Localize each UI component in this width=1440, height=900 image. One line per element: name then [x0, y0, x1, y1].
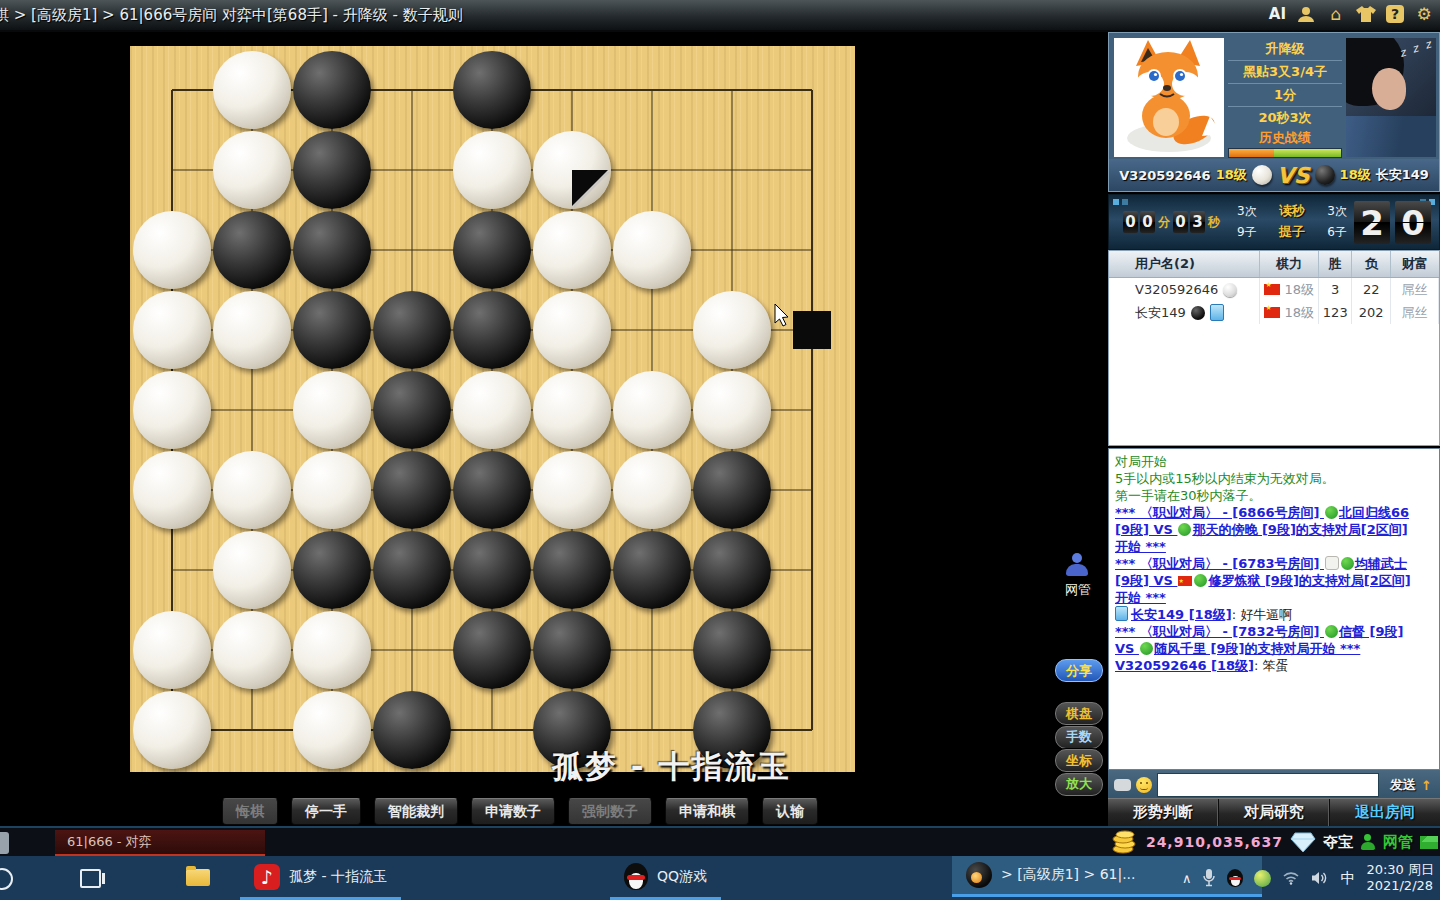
history-winrate-bar — [1228, 148, 1342, 158]
help-icon[interactable]: ? — [1386, 5, 1404, 23]
header-wealth: 财富 — [1391, 251, 1439, 277]
mouse-cursor — [774, 303, 790, 327]
chat-bubble-icon[interactable] — [1114, 779, 1131, 791]
net-admin-icon[interactable] — [1065, 553, 1089, 577]
chat-text: : 好牛逼啊 — [1232, 607, 1293, 622]
countdown-digit: 2 — [1354, 201, 1390, 244]
task-view-icon[interactable] — [80, 869, 101, 888]
game-research-button[interactable]: 对局研究 — [1219, 799, 1330, 826]
board-toggle-button[interactable]: 棋盘 — [1055, 702, 1103, 725]
white-stone — [693, 291, 771, 369]
chat-link[interactable]: 那天的傍晚 [9段]的支持对局[2区间] — [1192, 522, 1407, 537]
black-stone — [613, 531, 691, 609]
black-stone — [453, 211, 531, 289]
chat-link[interactable]: [9段] VS — [1115, 573, 1177, 588]
history-bar-orange — [1229, 149, 1274, 157]
chat-text: 5手以内或15秒以内结束为无效对局。 — [1115, 471, 1335, 486]
edge-nub — [0, 832, 9, 854]
china-flag-icon — [1264, 307, 1280, 318]
player-rank: 18级 — [1284, 304, 1314, 322]
fox-avatar — [1114, 38, 1224, 157]
go-board[interactable] — [130, 46, 855, 772]
black-stone — [453, 611, 531, 689]
toolbar-button-停一手[interactable]: 停一手 — [291, 798, 361, 825]
chat-line: 第一手请在30秒内落子。 — [1115, 487, 1439, 504]
history-record-label[interactable]: 历史战绩 — [1228, 129, 1342, 147]
white-stone — [693, 371, 771, 449]
file-explorer-icon[interactable] — [186, 869, 210, 886]
playing-indicator-icon — [1210, 304, 1224, 321]
wealth-cell: 屌丝 — [1391, 278, 1439, 301]
last-move-marker — [572, 170, 608, 206]
speaker-icon[interactable] — [1311, 870, 1329, 886]
china-flag-icon — [1178, 576, 1192, 586]
move-preview-square — [793, 311, 831, 349]
history-bar-green — [1274, 149, 1341, 157]
wins-cell: 123 — [1319, 301, 1352, 324]
membership-p-icon — [1178, 523, 1191, 536]
chat-line: *** 〈职业对局〉 - [7832号房间] 信督 [9段] — [1115, 623, 1439, 640]
black-stone — [293, 131, 371, 209]
rule-mode: 升降级 — [1228, 38, 1342, 61]
chat-input-bar: 发送 ↑ — [1108, 770, 1440, 800]
black-stone — [213, 211, 291, 289]
black-stone — [453, 531, 531, 609]
taskbar-app-music[interactable]: ♪ 孤梦 - 十指流玉 — [240, 856, 401, 900]
readsec-label: 读秒 — [1279, 202, 1305, 220]
clock-digit: 0 — [1140, 211, 1155, 233]
byoyomi-capture-info: 3次 读秒 3次 9子 提子 6子 — [1237, 202, 1347, 241]
chat-line: 对局开始 — [1115, 453, 1439, 470]
vs-label: VS — [1277, 163, 1310, 188]
player-name: V320592646 — [1135, 282, 1218, 297]
position-judge-button[interactable]: 形势判断 — [1108, 799, 1219, 826]
chat-link[interactable]: 随风千里 [9段]的支持对局开始 *** — [1154, 641, 1360, 656]
black-stone — [533, 611, 611, 689]
white-stone — [133, 451, 211, 529]
black-stone — [373, 531, 451, 609]
player-table: 用户名(2) 棋力 胜 负 财富 V320592646 18级 3 22 屌丝 … — [1108, 250, 1440, 446]
coins-icon — [1111, 830, 1139, 854]
black-player-name: 长安149 — [1376, 166, 1429, 184]
black-stone — [373, 371, 451, 449]
black-stone-icon — [1315, 165, 1335, 185]
elapsed-clock: 0 0 分 0 3 秒 — [1123, 211, 1221, 233]
clock-digit: 3 — [1190, 211, 1205, 233]
black-stone — [373, 691, 451, 769]
countdown-digit: 0 — [1395, 201, 1431, 244]
black-stone-icon — [1191, 306, 1205, 320]
player-cell: V320592646 — [1109, 278, 1260, 301]
membership-p-icon — [1325, 506, 1338, 519]
home-icon[interactable]: ⌂ — [1326, 4, 1346, 24]
white-stone — [133, 291, 211, 369]
ai-label[interactable]: AI — [1269, 5, 1286, 23]
black-player-rank: 18级 — [1340, 166, 1371, 184]
toolbar-button-认输[interactable]: 认输 — [762, 798, 818, 825]
clock-digit: 0 — [1173, 211, 1188, 233]
white-stone-icon — [1223, 283, 1237, 297]
deco-square — [1113, 199, 1119, 205]
white-stone — [533, 211, 611, 289]
treasure-hunt-label[interactable]: 夺宝 — [1323, 833, 1353, 852]
white-stone — [613, 371, 691, 449]
taskbar-app-label: 孤梦 - 十指流玉 — [289, 868, 387, 886]
countdown-clock: 2 0 — [1354, 201, 1431, 244]
mail-icon[interactable] — [1420, 836, 1438, 849]
title-bar: 棋 > [高级房1] > 61|666号房间 对弈中[第68手] - 升降级 -… — [0, 0, 1440, 32]
rule-byoyomi: 20秒3次 — [1228, 107, 1342, 129]
timer-panel: 0 0 分 0 3 秒 3次 读秒 3次 9子 提子 6子 2 0 — [1108, 194, 1440, 250]
chat-link[interactable]: 长安149 [18级] — [1131, 607, 1232, 622]
strength-cell: 18级 — [1260, 278, 1319, 301]
chat-text: 第一手请在30秒内落子。 — [1115, 488, 1262, 503]
net-admin-label: 网管 — [1057, 581, 1099, 599]
white-stone — [213, 611, 291, 689]
membership-p-icon — [1325, 625, 1338, 638]
chat-link[interactable]: V320592646 [18级] — [1115, 658, 1254, 673]
weiqi-app-icon — [966, 862, 992, 888]
chat-link[interactable]: *** 〈职业对局〉 - [6866号房间] — [1115, 505, 1324, 520]
black-stone — [293, 211, 371, 289]
table-row[interactable]: V320592646 18级 3 22 屌丝 — [1109, 278, 1439, 301]
white-stone — [213, 451, 291, 529]
admin-label[interactable]: 网管 — [1383, 833, 1413, 852]
toolbar-button-强制数子: 强制数子 — [568, 798, 652, 825]
game-action-toolbar: 悔棋停一手智能裁判申请数子强制数子申请和棋认输 — [222, 798, 794, 824]
chat-input[interactable] — [1157, 773, 1379, 797]
black-stone — [533, 531, 611, 609]
send-arrow-icon: ↑ — [1421, 778, 1432, 793]
chat-text: 对局开始 — [1115, 454, 1167, 469]
taskbar-app-qqgames[interactable]: QQ游戏 — [610, 856, 721, 900]
zoom-button[interactable]: 放大 — [1055, 773, 1103, 796]
rules-column: 升降级 黑贴3又3/4子 1分 20秒3次 历史战绩 — [1228, 38, 1342, 157]
microphone-icon[interactable] — [1202, 868, 1216, 888]
chat-link[interactable]: 开始 *** — [1115, 590, 1166, 605]
system-tray: ∧ 中 20:30 周日 2021/2/28 — [1182, 856, 1434, 900]
captures-black: 6子 — [1327, 224, 1347, 241]
membership-p-icon — [1194, 574, 1207, 587]
white-stone — [213, 291, 291, 369]
toolbar-button-申请数子[interactable]: 申请数子 — [471, 798, 555, 825]
captures-white: 9子 — [1237, 224, 1257, 241]
rule-main-time: 1分 — [1228, 84, 1342, 107]
chat-line: *** 〈职业对局〉 - [6866号房间] 北回归线66 — [1115, 504, 1439, 521]
photo-zzz-text: z z z — [1398, 38, 1435, 60]
white-stone — [133, 691, 211, 769]
white-stone — [293, 611, 371, 689]
clock-digit: 0 — [1123, 211, 1138, 233]
white-stone — [213, 51, 291, 129]
wealth-cell: 屌丝 — [1391, 301, 1439, 324]
tray-date: 2021/2/28 — [1366, 878, 1434, 894]
wifi-icon[interactable] — [1282, 871, 1300, 885]
chat-link[interactable]: [9段] VS — [1115, 522, 1177, 537]
header-losses: 负 — [1352, 251, 1391, 277]
right-panel: 升降级 黑贴3又3/4子 1分 20秒3次 历史战绩 z z z V320592… — [1108, 32, 1440, 825]
white-stone — [533, 291, 611, 369]
settings-gear-icon[interactable]: ⚙ — [1414, 4, 1434, 24]
toolbar-button-悔棋: 悔棋 — [222, 798, 278, 825]
losses-cell: 22 — [1352, 278, 1391, 301]
white-stone — [613, 211, 691, 289]
qq-penguin-icon — [624, 863, 648, 890]
rule-komi: 黑贴3又3/4子 — [1228, 61, 1342, 84]
white-stone — [213, 531, 291, 609]
room-tab[interactable]: 61|666 - 对弈 — [55, 830, 265, 856]
chat-text: : 笨蛋 — [1254, 658, 1289, 673]
player-rank: 18级 — [1284, 281, 1314, 299]
panel-button-bar: 形势判断 对局研究 退出房间 — [1108, 798, 1440, 826]
toolbar-button-申请和棋[interactable]: 申请和棋 — [665, 798, 749, 825]
black-stone — [453, 291, 531, 369]
header-strength: 棋力 — [1260, 251, 1319, 277]
white-player-name: V320592646 — [1119, 168, 1210, 183]
chat-link[interactable]: 均辅武士 — [1355, 556, 1407, 571]
user-icon[interactable] — [1296, 4, 1316, 24]
title-bar-icons: AI ⌂ ? ⚙ — [1269, 4, 1434, 24]
membership-p-icon — [1341, 557, 1354, 570]
chat-line: 长安149 [18级]: 好牛逼啊 — [1115, 606, 1439, 623]
emoticon-icon[interactable] — [1136, 777, 1152, 793]
bottom-strip: 61|666 - 对弈 24,910,035,637 夺宝 网管 — [0, 826, 1440, 856]
search-circle-icon[interactable] — [0, 868, 13, 890]
versus-bar: V320592646 18级 VS 18级 长安149 — [1109, 159, 1439, 191]
black-stone — [693, 611, 771, 689]
white-stone — [453, 131, 531, 209]
losses-cell: 202 — [1352, 301, 1391, 324]
chat-line: 开始 *** — [1115, 538, 1439, 555]
readsec-white: 3次 — [1237, 203, 1257, 220]
stream-caption: 孤梦 - 十指流玉 — [552, 746, 790, 788]
black-stone — [373, 451, 451, 529]
chat-link[interactable]: 信督 [9段] — [1339, 624, 1403, 639]
send-button[interactable]: 发送 — [1390, 776, 1416, 794]
white-stone — [133, 371, 211, 449]
toolbar-button-智能裁判[interactable]: 智能裁判 — [374, 798, 458, 825]
chat-link[interactable]: 修罗炼狱 [9段]的支持对局[2区间] — [1208, 573, 1410, 588]
white-stone — [293, 451, 371, 529]
chat-line: 5手以内或15秒以内结束为无效对局。 — [1115, 470, 1439, 487]
coordinates-button[interactable]: 坐标 — [1055, 749, 1103, 772]
taskbar-app-label: QQ游戏 — [657, 868, 707, 886]
white-player-rank: 18级 — [1216, 166, 1247, 184]
white-stone — [133, 211, 211, 289]
wins-cell: 3 — [1319, 278, 1352, 301]
music-app-icon: ♪ — [254, 864, 280, 890]
chat-line: *** 〈职业对局〉 - [6783号房间] 均辅武士 — [1115, 555, 1439, 572]
chat-link[interactable]: *** 〈职业对局〉 - [7832号房间] — [1115, 624, 1324, 639]
photo-face — [1372, 68, 1406, 110]
black-stone — [293, 531, 371, 609]
chat-line: [9段] VS 修罗炼狱 [9段]的支持对局[2区间] — [1115, 572, 1439, 589]
chat-line: VS 随风千里 [9段]的支持对局开始 *** — [1115, 640, 1439, 657]
move-numbers-button[interactable]: 手数 — [1055, 726, 1103, 749]
membership-p-icon — [1140, 642, 1153, 655]
black-stone — [373, 291, 451, 369]
taskbar-app-label: > [高级房1] > 61|... — [1001, 866, 1136, 884]
black-stone — [293, 51, 371, 129]
diamond-icon[interactable] — [1290, 831, 1316, 853]
white-stone — [293, 691, 371, 769]
opponent-photo: z z z — [1346, 38, 1436, 157]
taskbar: ♪ 孤梦 - 十指流玉 QQ游戏 > [高级房1] > 61|... ∧ 中 2… — [0, 856, 1440, 900]
chat-link[interactable]: VS — [1115, 641, 1139, 656]
admin-person-icon[interactable] — [1360, 834, 1376, 850]
white-stone — [293, 371, 371, 449]
player-cell: 长安149 — [1109, 301, 1260, 324]
chat-line: 开始 *** — [1115, 589, 1439, 606]
black-stone — [453, 451, 531, 529]
china-flag-icon — [1264, 284, 1280, 295]
black-stone — [293, 291, 371, 369]
black-stone — [693, 451, 771, 529]
ime-indicator[interactable]: 中 — [1340, 869, 1355, 888]
white-stone — [213, 131, 291, 209]
white-stone — [613, 451, 691, 529]
game-center-tray-icon[interactable] — [1254, 870, 1271, 887]
header-wins: 胜 — [1319, 251, 1352, 277]
header-username: 用户名(2) — [1109, 251, 1260, 277]
chat-log[interactable]: 对局开始5手以内或15秒以内结束为无效对局。第一手请在30秒内落子。*** 〈职… — [1108, 448, 1440, 770]
share-button[interactable]: 分享 — [1055, 659, 1103, 682]
chat-link[interactable]: 北回归线66 — [1339, 505, 1409, 520]
playing-indicator-icon — [1115, 606, 1128, 621]
tray-clock[interactable]: 20:30 周日 2021/2/28 — [1366, 862, 1434, 894]
table-row[interactable]: 长安149 18级 123 202 屌丝 — [1109, 301, 1439, 324]
clock-unit-sec: 秒 — [1207, 214, 1221, 231]
exit-room-button[interactable]: 退出房间 — [1330, 799, 1440, 826]
deco-square — [1122, 199, 1128, 205]
clock-unit-min: 分 — [1157, 214, 1171, 231]
currency-area: 24,910,035,637 夺宝 网管 — [1111, 828, 1438, 856]
tray-chevron-icon[interactable]: ∧ — [1182, 871, 1192, 886]
white-stone — [533, 451, 611, 529]
qq-tray-icon[interactable] — [1227, 869, 1243, 887]
black-stone — [693, 531, 771, 609]
coins-balance: 24,910,035,637 — [1146, 834, 1283, 850]
chat-link[interactable]: 开始 *** — [1115, 539, 1166, 554]
captures-label: 提子 — [1279, 223, 1305, 241]
photo-blanket — [1346, 116, 1436, 157]
white-stone-icon — [1252, 165, 1272, 185]
black-stone — [453, 51, 531, 129]
window-title: 棋 > [高级房1] > 61|666号房间 对弈中[第68手] - 升降级 -… — [0, 6, 463, 25]
chat-line: [9段] VS 那天的傍晚 [9段]的支持对局[2区间] — [1115, 521, 1439, 538]
badge-icon — [1325, 556, 1339, 570]
chat-link[interactable]: *** 〈职业对局〉 - [6783号房间] — [1115, 556, 1324, 571]
chat-line: V320592646 [18级]: 笨蛋 — [1115, 657, 1439, 674]
readsec-black: 3次 — [1327, 203, 1347, 220]
tray-time: 20:30 周日 — [1366, 862, 1434, 878]
strength-cell: 18级 — [1260, 301, 1319, 324]
player-name: 长安149 — [1135, 304, 1186, 322]
match-info-card: 升降级 黑贴3又3/4子 1分 20秒3次 历史战绩 z z z V320592… — [1108, 32, 1440, 192]
shirt-icon[interactable] — [1356, 4, 1376, 24]
white-stone — [133, 611, 211, 689]
white-stone — [453, 371, 531, 449]
white-stone — [533, 371, 611, 449]
table-header: 用户名(2) 棋力 胜 负 财富 — [1109, 251, 1439, 278]
